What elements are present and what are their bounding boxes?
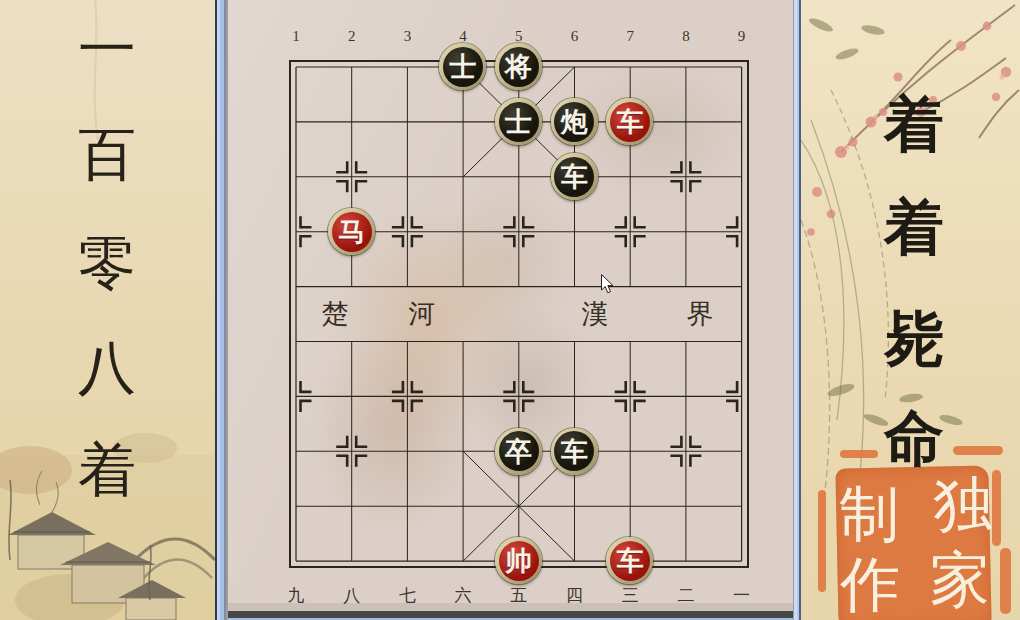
piece-face: 将 [499, 47, 539, 87]
file-label-bottom: 二 [677, 586, 694, 605]
file-label-bottom: 八 [343, 586, 360, 605]
piece-face: 卒 [499, 431, 539, 471]
file-label-bottom: 三 [622, 586, 639, 605]
piece-face: 马 [332, 212, 372, 252]
file-label-bottom: 四 [566, 586, 583, 605]
file-label-bottom: 七 [399, 586, 416, 605]
piece-face: 炮 [554, 102, 594, 142]
piece-face: 车 [554, 157, 594, 197]
file-label-bottom: 九 [288, 586, 305, 605]
piece-face: 车 [610, 541, 650, 581]
window-border-left [215, 0, 228, 620]
mouse-cursor-icon [601, 274, 615, 294]
piece-character: 卒 [505, 438, 532, 465]
file-label-bottom: 五 [510, 586, 527, 605]
file-label-bottom: 一 [733, 586, 750, 605]
piece-character: 炮 [561, 108, 588, 135]
piece-grid: 士将士炮车车马卒车帅车 [268, 40, 769, 589]
piece-face: 士 [499, 102, 539, 142]
piece-black-advisor[interactable]: 士 [439, 43, 486, 90]
piece-character: 将 [505, 53, 532, 80]
piece-red-general[interactable]: 帅 [495, 537, 542, 584]
piece-character: 车 [561, 438, 588, 465]
piece-character: 车 [616, 108, 643, 135]
left-panel: 一 百 零 八 着 [0, 0, 215, 620]
piece-character: 马 [338, 218, 365, 245]
file-label-bottom: 六 [455, 586, 472, 605]
piece-character: 士 [449, 53, 476, 80]
piece-character: 帅 [505, 547, 532, 574]
piece-red-chariot[interactable]: 车 [606, 98, 653, 145]
piece-red-horse[interactable]: 马 [328, 208, 375, 255]
piece-black-soldier[interactable]: 卒 [495, 428, 542, 475]
window-border-right [793, 0, 801, 620]
right-title-char: 着 [884, 85, 944, 166]
left-title-char: 零 [78, 225, 136, 303]
piece-face: 车 [610, 102, 650, 142]
piece-character: 士 [505, 108, 532, 135]
right-title-char: 毙 [884, 300, 944, 381]
piece-character: 车 [616, 547, 643, 574]
piece-face: 车 [554, 431, 594, 471]
video-content[interactable]: 123456789九八七六五四三二一楚河漢界 士将士炮车车马卒车帅车 [228, 0, 793, 620]
left-title-char: 百 [78, 116, 136, 194]
piece-face: 帅 [499, 541, 539, 581]
piece-face: 士 [443, 47, 483, 87]
piece-black-cannon[interactable]: 炮 [551, 98, 598, 145]
piece-red-chariot[interactable]: 车 [606, 537, 653, 584]
left-title-char: 着 [78, 432, 136, 510]
left-title: 一 百 零 八 着 [0, 0, 215, 620]
right-title: 着 着 毙 命 [801, 0, 1020, 620]
right-title-char: 命 [884, 399, 944, 480]
left-title-char: 八 [78, 330, 136, 408]
video-frame: 一 百 零 八 着 123456789九八七六五四三二一楚河漢界 士将士炮车车马… [0, 0, 1020, 620]
piece-character: 车 [561, 163, 588, 190]
right-title-char: 着 [884, 188, 944, 269]
piece-black-chariot[interactable]: 车 [551, 153, 598, 200]
left-title-char: 一 [78, 11, 136, 89]
piece-black-advisor[interactable]: 士 [495, 98, 542, 145]
piece-black-general[interactable]: 将 [495, 43, 542, 90]
piece-black-chariot[interactable]: 车 [551, 428, 598, 475]
